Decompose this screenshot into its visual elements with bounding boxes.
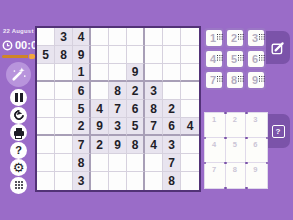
cell-r2c9[interactable] [181,46,199,64]
notes-key-label: 1 [210,32,216,44]
cell-r6c6[interactable]: 5 [127,118,145,136]
grid-dot [266,162,269,165]
cell-r3c1[interactable] [37,64,55,82]
pause-icon [15,93,23,102]
cell-r2c2[interactable]: 8 [55,46,73,64]
cell-r4c8[interactable] [163,82,181,100]
entry-key-8[interactable]: 8 [226,163,247,188]
menu-button[interactable] [10,177,27,194]
cell-r7c7[interactable]: 4 [145,136,163,154]
cell-r8c1[interactable] [37,154,55,172]
cell-r1c9[interactable] [181,28,199,46]
cell-r6c3[interactable]: 2 [73,118,91,136]
entry-key-9[interactable]: 9 [246,163,267,188]
cell-r7c3[interactable]: 7 [73,136,91,154]
clock-icon [2,40,13,51]
notes-key-label: 5 [231,53,237,65]
notes-dots-grid-icon [238,34,239,35]
notes-key-3[interactable]: 3 [246,28,266,48]
entry-key-label: 5 [233,140,237,149]
notes-key-9[interactable]: 9 [246,70,266,90]
cell-r3c8[interactable] [163,64,181,82]
restart-icon [11,108,25,122]
cell-r3c7[interactable] [145,64,163,82]
cell-r7c9[interactable] [181,136,199,154]
cell-r4c6[interactable]: 2 [127,82,145,100]
entry-key-1[interactable]: 1 [205,113,226,138]
cell-r5c1[interactable] [37,100,55,118]
cell-r8c8[interactable]: 7 [163,154,181,172]
apps-grid-icon [15,181,17,183]
hint-slider[interactable] [2,55,37,58]
cell-r7c8[interactable]: 3 [163,136,181,154]
entry-key-4[interactable]: 4 [205,138,226,163]
notes-key-label: 4 [210,53,216,65]
entry-key-label: 4 [212,140,216,149]
cell-r2c1[interactable]: 5 [37,46,55,64]
question-icon: ? [272,125,285,138]
entry-key-label: 7 [212,165,216,174]
cell-r6c2[interactable] [55,118,73,136]
cell-r7c4[interactable]: 2 [91,136,109,154]
cell-r6c4[interactable]: 9 [91,118,109,136]
magic-wand-icon [9,65,28,84]
entry-key-label: 3 [253,115,257,124]
cell-r4c2[interactable] [55,82,73,100]
grid-dot [245,162,248,165]
cell-r5c5[interactable]: 7 [109,100,127,118]
notes-key-label: 2 [231,32,237,44]
cell-r4c7[interactable]: 3 [145,82,163,100]
cell-r4c4[interactable] [91,82,109,100]
cell-r5c4[interactable]: 4 [91,100,109,118]
cell-r1c6[interactable] [127,28,145,46]
cell-r1c2[interactable]: 3 [55,28,73,46]
gear-icon: ⚙ [13,161,25,174]
cell-r5c7[interactable]: 8 [145,100,163,118]
entry-key-7[interactable]: 7 [205,163,226,188]
cell-r7c2[interactable] [55,136,73,154]
cell-r9c1[interactable] [37,172,55,190]
hint-slider-knob[interactable] [28,54,35,59]
cell-r2c4[interactable] [91,46,109,64]
cell-r3c9[interactable] [181,64,199,82]
pencil-icon [271,41,285,55]
notes-key-7[interactable]: 7 [204,70,224,90]
cell-r1c4[interactable] [91,28,109,46]
cell-r3c2[interactable] [55,64,73,82]
entry-key-label: 6 [253,140,257,149]
notes-key-2[interactable]: 2 [225,28,245,48]
cell-r5c3[interactable]: 5 [73,100,91,118]
notes-dots-grid-icon [259,34,260,35]
hint-wand-button[interactable] [6,62,31,87]
cell-r7c5[interactable]: 9 [109,136,127,154]
cell-r6c9[interactable]: 4 [181,118,199,136]
notes-key-1[interactable]: 1 [204,28,224,48]
cell-r5c6[interactable]: 6 [127,100,145,118]
grid-dot [245,187,248,190]
notes-key-label: 6 [252,53,258,65]
cell-r4c3[interactable]: 6 [73,82,91,100]
cell-r1c1[interactable] [37,28,55,46]
cell-r9c9[interactable] [181,172,199,190]
notes-key-5[interactable]: 5 [225,49,245,69]
cell-r8c6[interactable] [127,154,145,172]
entry-key-label: 8 [233,165,237,174]
cell-r8c3[interactable]: 8 [73,154,91,172]
notes-key-4[interactable]: 4 [204,49,224,69]
cell-r6c7[interactable]: 7 [145,118,163,136]
grid-dot [245,112,248,115]
cell-r2c6[interactable] [127,46,145,64]
cell-r2c7[interactable] [145,46,163,64]
grid-dot [266,137,269,140]
cell-r8c7[interactable] [145,154,163,172]
cell-r5c9[interactable] [181,100,199,118]
pencil-tab[interactable] [266,31,290,64]
entry-key-label: 9 [253,165,257,174]
notes-numpad: 123456789 [204,28,266,90]
cell-r3c6[interactable]: 9 [127,64,145,82]
notes-key-label: 3 [252,32,258,44]
cell-r9c7[interactable] [145,172,163,190]
cell-r3c3[interactable]: 1 [73,64,91,82]
cell-r8c5[interactable] [109,154,127,172]
cell-r9c4[interactable] [91,172,109,190]
cell-r9c8[interactable]: 8 [163,172,181,190]
notes-key-label: 8 [231,74,237,86]
cell-r4c5[interactable]: 8 [109,82,127,100]
cell-r8c9[interactable] [181,154,199,172]
cell-r1c5[interactable] [109,28,127,46]
notes-dots-grid-icon [217,55,218,56]
cell-r9c6[interactable] [127,172,145,190]
cell-r3c4[interactable] [91,64,109,82]
notes-dots-grid-icon [238,76,239,77]
entry-key-3[interactable]: 3 [246,113,267,138]
cell-r1c8[interactable] [163,28,181,46]
cell-r4c1[interactable] [37,82,55,100]
cell-r5c2[interactable] [55,100,73,118]
question-icon: ? [15,144,22,156]
settings-button[interactable]: ⚙ [10,159,27,176]
entry-key-6[interactable]: 6 [246,138,267,163]
cell-r2c8[interactable] [163,46,181,64]
notes-key-6[interactable]: 6 [246,49,266,69]
notes-dots-grid-icon [217,76,218,77]
notes-dots-grid-icon [238,55,239,56]
cell-r2c5[interactable] [109,46,127,64]
help-button[interactable]: ? [10,142,27,159]
restart-button[interactable] [10,107,27,124]
printer-icon [14,131,24,136]
cell-r9c3[interactable]: 3 [73,172,91,190]
entry-key-label: 2 [233,115,237,124]
entry-key-label: 1 [212,115,216,124]
cell-r1c3[interactable]: 4 [73,28,91,46]
cell-r9c2[interactable] [55,172,73,190]
cell-r1c7[interactable] [145,28,163,46]
cell-r7c1[interactable] [37,136,55,154]
cell-r7c6[interactable]: 8 [127,136,145,154]
cell-r6c1[interactable] [37,118,55,136]
sudoku-app: 22 August 2016 00:01 ? [0,0,293,220]
notes-dots-grid-icon [217,34,218,35]
entry-numpad: 123456789 [204,112,268,189]
cell-r3c5[interactable] [109,64,127,82]
notes-key-8[interactable]: 8 [225,70,245,90]
entry-key-2[interactable]: 2 [226,113,247,138]
notes-key-label: 7 [210,74,216,86]
cell-r6c8[interactable]: 6 [163,118,181,136]
grid-dot [245,137,248,140]
cell-r5c8[interactable]: 2 [163,100,181,118]
cell-r8c4[interactable] [91,154,109,172]
notes-dots-grid-icon [259,76,260,77]
cell-r2c3[interactable]: 9 [73,46,91,64]
grid-dot [224,187,227,190]
pause-button[interactable] [10,89,27,106]
cell-r8c2[interactable] [55,154,73,172]
cell-r9c5[interactable] [109,172,127,190]
notes-dots-grid-icon [259,55,260,56]
entry-key-5[interactable]: 5 [226,138,247,163]
notes-key-label: 9 [252,74,258,86]
sudoku-board: 3458919682354768229357647298438738 [35,26,201,192]
cell-r6c5[interactable]: 3 [109,118,127,136]
cell-r4c9[interactable] [181,82,199,100]
help-tab[interactable]: ? [266,114,290,148]
print-button[interactable] [10,124,27,141]
